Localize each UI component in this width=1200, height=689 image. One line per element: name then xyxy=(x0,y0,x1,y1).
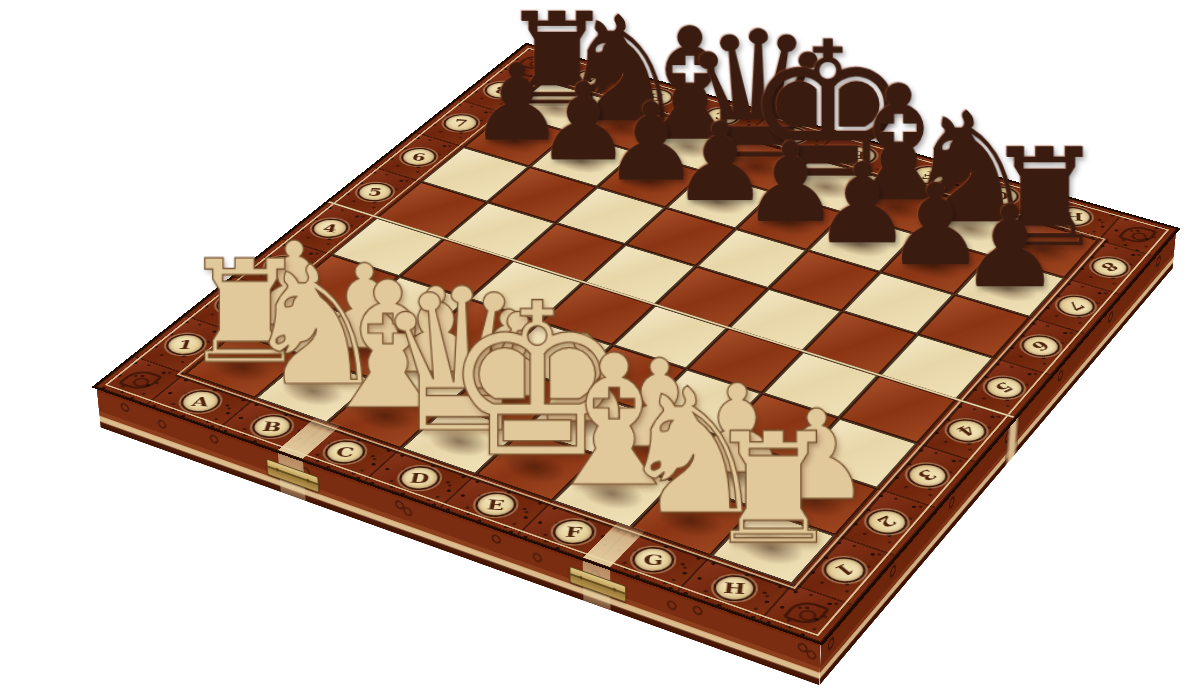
coordinate-disc-5: 5 xyxy=(354,181,395,201)
coordinate-disc-b: B xyxy=(249,414,295,438)
coordinate-disc-c: C xyxy=(322,439,368,464)
white-rook-glyph: ♜ xyxy=(652,417,895,563)
coordinate-disc-f: F xyxy=(551,518,596,545)
coordinate-disc-h: H xyxy=(712,573,757,601)
coordinate-disc-6: 6 xyxy=(1013,331,1067,360)
photo-background: ABCDEFGH8♜♞♝♛♚♝♞♜87♟♟♟♟♟♟♟♟7665544332♟♟♟… xyxy=(0,0,1200,689)
coordinate-disc-6: 6 xyxy=(398,147,438,166)
coordinate-disc-1: 1 xyxy=(815,552,874,587)
coordinate-disc-7: 7 xyxy=(1049,291,1102,319)
coordinate-disc-e: E xyxy=(473,491,518,517)
coordinate-disc-d: D xyxy=(397,465,443,491)
board-grid: ABCDEFGH8♜♞♝♛♚♝♞♜87♟♟♟♟♟♟♟♟7665544332♟♟♟… xyxy=(96,44,1176,641)
black-pawn-glyph: ♟ xyxy=(901,193,1119,301)
coordinate-disc-a: A xyxy=(178,389,224,413)
chess-board-3d: ABCDEFGH8♜♞♝♛♚♝♞♜87♟♟♟♟♟♟♟♟7665544332♟♟♟… xyxy=(96,44,1176,641)
coordinate-disc-5: 5 xyxy=(976,372,1031,402)
coordinate-disc-4: 4 xyxy=(938,414,994,446)
coordinate-disc-g: G xyxy=(631,545,676,572)
